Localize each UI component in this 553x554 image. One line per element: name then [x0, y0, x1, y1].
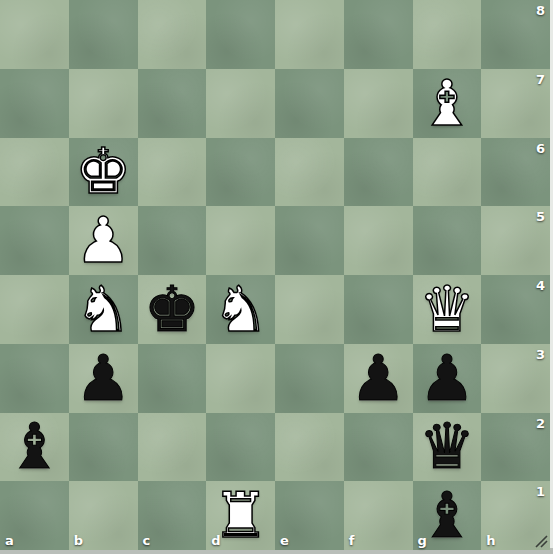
- square-a6[interactable]: [0, 138, 69, 207]
- square-c2[interactable]: [138, 413, 207, 482]
- square-g6[interactable]: [413, 138, 482, 207]
- square-b5[interactable]: ♟: [69, 206, 138, 275]
- rank-label-3: 3: [536, 347, 545, 362]
- square-a1[interactable]: a: [0, 481, 69, 550]
- square-c4[interactable]: ♚: [138, 275, 207, 344]
- square-f1[interactable]: f: [344, 481, 413, 550]
- square-e1[interactable]: e: [275, 481, 344, 550]
- square-d5[interactable]: [206, 206, 275, 275]
- file-label-a: a: [5, 533, 14, 548]
- square-e8[interactable]: [275, 0, 344, 69]
- square-e2[interactable]: [275, 413, 344, 482]
- square-h3[interactable]: 3: [481, 344, 550, 413]
- square-f5[interactable]: [344, 206, 413, 275]
- chess-board: 8♝7♚6♟5♞♚♞♛4♟♟♟3♝♛2abc♜def♝gh1: [0, 0, 550, 550]
- black-pawn[interactable]: ♟: [344, 344, 413, 413]
- white-knight[interactable]: ♞: [206, 275, 275, 344]
- square-h4[interactable]: 4: [481, 275, 550, 344]
- black-bishop[interactable]: ♝: [413, 481, 482, 550]
- square-g1[interactable]: ♝g: [413, 481, 482, 550]
- rank-label-7: 7: [536, 72, 545, 87]
- white-bishop[interactable]: ♝: [413, 69, 482, 138]
- rank-label-1: 1: [536, 484, 545, 499]
- square-b2[interactable]: [69, 413, 138, 482]
- square-d8[interactable]: [206, 0, 275, 69]
- square-c7[interactable]: [138, 69, 207, 138]
- white-knight[interactable]: ♞: [69, 275, 138, 344]
- square-c1[interactable]: c: [138, 481, 207, 550]
- square-f3[interactable]: ♟: [344, 344, 413, 413]
- square-e5[interactable]: [275, 206, 344, 275]
- file-label-f: f: [349, 533, 355, 548]
- resize-handle-icon[interactable]: [535, 535, 548, 548]
- square-b3[interactable]: ♟: [69, 344, 138, 413]
- square-a5[interactable]: [0, 206, 69, 275]
- square-d4[interactable]: ♞: [206, 275, 275, 344]
- square-c5[interactable]: [138, 206, 207, 275]
- square-a4[interactable]: [0, 275, 69, 344]
- square-b1[interactable]: b: [69, 481, 138, 550]
- square-d2[interactable]: [206, 413, 275, 482]
- square-b4[interactable]: ♞: [69, 275, 138, 344]
- square-f8[interactable]: [344, 0, 413, 69]
- square-e7[interactable]: [275, 69, 344, 138]
- square-h5[interactable]: 5: [481, 206, 550, 275]
- black-queen[interactable]: ♛: [413, 413, 482, 482]
- square-h7[interactable]: 7: [481, 69, 550, 138]
- square-f2[interactable]: [344, 413, 413, 482]
- square-c8[interactable]: [138, 0, 207, 69]
- square-g8[interactable]: [413, 0, 482, 69]
- square-c3[interactable]: [138, 344, 207, 413]
- square-f4[interactable]: [344, 275, 413, 344]
- square-d3[interactable]: [206, 344, 275, 413]
- square-a7[interactable]: [0, 69, 69, 138]
- black-pawn[interactable]: ♟: [413, 344, 482, 413]
- file-label-c: c: [143, 533, 151, 548]
- file-label-b: b: [74, 533, 83, 548]
- black-pawn[interactable]: ♟: [69, 344, 138, 413]
- square-a8[interactable]: [0, 0, 69, 69]
- square-f7[interactable]: [344, 69, 413, 138]
- square-d6[interactable]: [206, 138, 275, 207]
- square-g2[interactable]: ♛: [413, 413, 482, 482]
- square-g3[interactable]: ♟: [413, 344, 482, 413]
- square-e6[interactable]: [275, 138, 344, 207]
- square-h2[interactable]: 2: [481, 413, 550, 482]
- rank-label-4: 4: [536, 278, 545, 293]
- square-g5[interactable]: [413, 206, 482, 275]
- square-g4[interactable]: ♛: [413, 275, 482, 344]
- square-g7[interactable]: ♝: [413, 69, 482, 138]
- square-h8[interactable]: 8: [481, 0, 550, 69]
- square-b6[interactable]: ♚: [69, 138, 138, 207]
- square-e4[interactable]: [275, 275, 344, 344]
- rank-label-5: 5: [536, 209, 545, 224]
- square-c6[interactable]: [138, 138, 207, 207]
- rank-label-8: 8: [536, 3, 545, 18]
- square-e3[interactable]: [275, 344, 344, 413]
- white-rook[interactable]: ♜: [206, 481, 275, 550]
- black-bishop[interactable]: ♝: [0, 413, 69, 482]
- file-label-e: e: [280, 533, 289, 548]
- square-d1[interactable]: ♜d: [206, 481, 275, 550]
- square-a3[interactable]: [0, 344, 69, 413]
- white-pawn[interactable]: ♟: [69, 206, 138, 275]
- white-queen[interactable]: ♛: [413, 275, 482, 344]
- black-king[interactable]: ♚: [138, 275, 207, 344]
- square-f6[interactable]: [344, 138, 413, 207]
- square-a2[interactable]: ♝: [0, 413, 69, 482]
- square-d7[interactable]: [206, 69, 275, 138]
- rank-label-6: 6: [536, 141, 545, 156]
- board-frame: 8♝7♚6♟5♞♚♞♛4♟♟♟3♝♛2abc♜def♝gh1: [0, 0, 553, 554]
- white-king[interactable]: ♚: [69, 138, 138, 207]
- square-h6[interactable]: 6: [481, 138, 550, 207]
- square-b8[interactable]: [69, 0, 138, 69]
- file-label-h: h: [486, 533, 495, 548]
- square-b7[interactable]: [69, 69, 138, 138]
- rank-label-2: 2: [536, 416, 545, 431]
